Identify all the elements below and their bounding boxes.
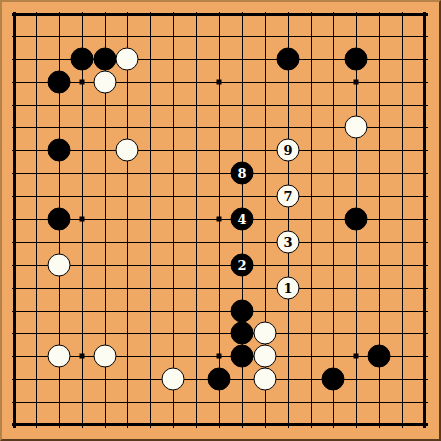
stone-black[interactable] bbox=[368, 345, 391, 368]
star-point bbox=[217, 354, 222, 359]
grid-line-vertical bbox=[13, 12, 16, 428]
star-point bbox=[217, 80, 222, 85]
move-3-stone-white[interactable]: 3 bbox=[277, 231, 300, 254]
stone-white[interactable] bbox=[94, 71, 117, 94]
stone-black[interactable] bbox=[71, 48, 94, 71]
move-8-stone-black[interactable]: 8 bbox=[231, 162, 254, 185]
grid-line-horizontal bbox=[12, 13, 428, 16]
grid-line-vertical bbox=[402, 12, 403, 428]
stone-white[interactable] bbox=[254, 322, 277, 345]
star-point bbox=[80, 217, 85, 222]
stone-white[interactable] bbox=[94, 345, 117, 368]
grid-line-vertical bbox=[196, 12, 197, 428]
star-point bbox=[217, 217, 222, 222]
grid-line-vertical bbox=[127, 12, 128, 428]
grid-line-horizontal bbox=[12, 311, 428, 312]
move-2-stone-black[interactable]: 2 bbox=[231, 254, 254, 277]
grid-line-horizontal bbox=[12, 173, 428, 174]
move-7-stone-white[interactable]: 7 bbox=[277, 185, 300, 208]
grid-line-horizontal bbox=[12, 105, 428, 106]
stone-white[interactable] bbox=[254, 368, 277, 391]
stone-white[interactable] bbox=[345, 116, 368, 139]
grid-line-horizontal bbox=[12, 333, 428, 334]
stone-black[interactable] bbox=[231, 345, 254, 368]
star-point bbox=[80, 354, 85, 359]
stone-black[interactable] bbox=[345, 48, 368, 71]
stone-black[interactable] bbox=[322, 368, 345, 391]
stone-white[interactable] bbox=[48, 254, 71, 277]
grid-line-horizontal bbox=[12, 288, 428, 289]
grid-line-vertical bbox=[333, 12, 334, 428]
grid-line-vertical bbox=[36, 12, 37, 428]
grid-line-vertical bbox=[150, 12, 151, 428]
stone-white[interactable] bbox=[116, 48, 139, 71]
go-board-surface[interactable]: 9874321 bbox=[2, 2, 439, 439]
stone-black[interactable] bbox=[231, 322, 254, 345]
stone-black[interactable] bbox=[208, 368, 231, 391]
move-number-label: 3 bbox=[283, 236, 292, 249]
move-4-stone-black[interactable]: 4 bbox=[231, 208, 254, 231]
star-point bbox=[354, 80, 359, 85]
stone-black[interactable] bbox=[345, 208, 368, 231]
stone-white[interactable] bbox=[162, 368, 185, 391]
move-number-label: 4 bbox=[237, 213, 246, 226]
move-number-label: 2 bbox=[237, 259, 246, 272]
stone-black[interactable] bbox=[94, 48, 117, 71]
grid-line-horizontal bbox=[12, 265, 428, 266]
grid-line-vertical bbox=[288, 12, 289, 428]
stone-black[interactable] bbox=[48, 139, 71, 162]
grid-line-vertical bbox=[311, 12, 312, 428]
stone-black[interactable] bbox=[277, 48, 300, 71]
grid-line-horizontal bbox=[12, 242, 428, 243]
stone-white[interactable] bbox=[254, 345, 277, 368]
grid-line-horizontal bbox=[12, 196, 428, 197]
grid-line-vertical bbox=[173, 12, 174, 428]
move-number-label: 9 bbox=[283, 144, 292, 157]
stone-black[interactable] bbox=[48, 71, 71, 94]
go-diagram: 9874321 bbox=[0, 0, 441, 441]
move-number-label: 7 bbox=[283, 190, 292, 203]
move-number-label: 1 bbox=[283, 282, 292, 295]
grid-line-horizontal bbox=[12, 36, 428, 37]
grid-line-horizontal bbox=[12, 402, 428, 403]
stone-white[interactable] bbox=[116, 139, 139, 162]
go-board-frame: 9874321 bbox=[0, 0, 441, 441]
move-number-label: 8 bbox=[237, 167, 246, 180]
move-9-stone-white[interactable]: 9 bbox=[277, 139, 300, 162]
move-1-stone-white[interactable]: 1 bbox=[277, 277, 300, 300]
star-point bbox=[354, 354, 359, 359]
stone-white[interactable] bbox=[48, 345, 71, 368]
grid-line-horizontal bbox=[12, 150, 428, 151]
grid-line-vertical bbox=[423, 12, 426, 428]
grid-line-horizontal bbox=[12, 423, 428, 426]
stone-black[interactable] bbox=[231, 300, 254, 323]
stone-black[interactable] bbox=[48, 208, 71, 231]
star-point bbox=[80, 80, 85, 85]
